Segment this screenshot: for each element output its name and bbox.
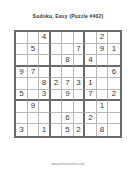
cell-r5c5: 7 [62, 78, 74, 90]
cell-r8c3 [39, 113, 51, 125]
cell-r9c2 [28, 124, 40, 136]
cell-r6c7: 7 [85, 90, 97, 102]
cell-r8c4 [51, 113, 63, 125]
cell-r7c6 [74, 101, 86, 113]
cell-r4c3 [39, 67, 51, 79]
cell-r6c8 [97, 90, 109, 102]
cell-r5c2 [28, 78, 40, 90]
cell-r9c1: 3 [16, 124, 28, 136]
cell-r4c6 [74, 67, 86, 79]
cell-r8c2 [28, 113, 40, 125]
cell-r4c5 [62, 67, 74, 79]
cell-r7c3 [39, 101, 51, 113]
cell-r3c4 [51, 55, 63, 67]
cell-r9c6: 2 [74, 124, 86, 136]
cell-r7c8: 1 [97, 101, 109, 113]
cell-r2c6: 7 [74, 44, 86, 56]
cell-r2c1 [16, 44, 28, 56]
cell-r2c8: 9 [97, 44, 109, 56]
cell-r3c2 [28, 55, 40, 67]
cell-r1c6 [74, 32, 86, 44]
cell-r3c9 [108, 55, 120, 67]
cell-r7c4 [51, 101, 63, 113]
cell-r6c1: 5 [16, 90, 28, 102]
cell-r1c5 [62, 32, 74, 44]
cell-r6c3: 3 [39, 90, 51, 102]
cell-r6c5: 9 [62, 90, 74, 102]
cell-r2c3 [39, 44, 51, 56]
cell-r7c2: 9 [28, 101, 40, 113]
cell-r9c3: 1 [39, 124, 51, 136]
cell-r4c9: 6 [108, 67, 120, 79]
cell-r4c1: 9 [16, 67, 28, 79]
cell-r2c2: 5 [28, 44, 40, 56]
cell-r9c5: 5 [62, 124, 74, 136]
cell-r4c2: 7 [28, 67, 40, 79]
cell-r4c4 [51, 67, 63, 79]
cell-r8c9 [108, 113, 120, 125]
cell-r7c5 [62, 101, 74, 113]
cell-r3c1 [16, 55, 28, 67]
cell-r2c9: 1 [108, 44, 120, 56]
cell-r1c3: 4 [39, 32, 51, 44]
page-title: Sudoku, Easy (Puzzle #402) [0, 13, 136, 19]
cell-r8c1 [16, 113, 28, 125]
cell-r1c9 [108, 32, 120, 44]
sudoku-grid: 425791849768273153972916231528 [14, 30, 122, 138]
grid-container: 425791849768273153972916231528 [0, 30, 136, 138]
cell-r8c7: 2 [85, 113, 97, 125]
cell-r5c7: 1 [85, 78, 97, 90]
cell-r4c8 [97, 67, 109, 79]
cell-r3c6 [74, 55, 86, 67]
cell-r7c9 [108, 101, 120, 113]
cell-r1c7 [85, 32, 97, 44]
cell-r2c7 [85, 44, 97, 56]
cell-r3c7: 4 [85, 55, 97, 67]
cell-r8c6 [74, 113, 86, 125]
cell-r4c7 [85, 67, 97, 79]
sudoku-sheet: Sudoku, Easy (Puzzle #402) 4257918497682… [0, 0, 136, 176]
cell-r9c7 [85, 124, 97, 136]
cell-r1c4 [51, 32, 63, 44]
cell-r1c8: 2 [97, 32, 109, 44]
cell-r6c2 [28, 90, 40, 102]
cell-r9c4 [51, 124, 63, 136]
cell-r5c3: 8 [39, 78, 51, 90]
cell-r1c2 [28, 32, 40, 44]
cell-r3c5: 8 [62, 55, 74, 67]
cell-r5c9 [108, 78, 120, 90]
cell-r5c1 [16, 78, 28, 90]
cell-r6c9: 2 [108, 90, 120, 102]
cell-r7c7 [85, 101, 97, 113]
cell-r7c1 [16, 101, 28, 113]
cell-r6c6 [74, 90, 86, 102]
cell-r5c4: 2 [51, 78, 63, 90]
cell-r3c3 [39, 55, 51, 67]
cell-r2c5 [62, 44, 74, 56]
cell-r3c8 [97, 55, 109, 67]
cell-r6c4 [51, 90, 63, 102]
cell-r9c9 [108, 124, 120, 136]
cell-r9c8: 8 [97, 124, 109, 136]
cell-r8c8 [97, 113, 109, 125]
cell-r5c8 [97, 78, 109, 90]
cell-r8c5: 6 [62, 113, 74, 125]
cell-r1c1 [16, 32, 28, 44]
cell-r2c4 [51, 44, 63, 56]
cell-r5c6: 3 [74, 78, 86, 90]
footer-url: www.printmysudoku.com [0, 162, 136, 166]
